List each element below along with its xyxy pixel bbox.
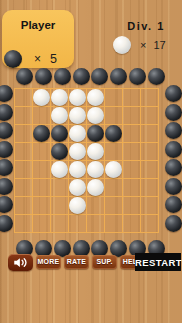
border-black-stone — [165, 159, 182, 176]
white-stone — [69, 143, 86, 160]
cell-r5c6[interactable] — [104, 160, 122, 178]
cell-r4c1[interactable] — [14, 142, 32, 160]
cell-r7c3[interactable] — [50, 196, 68, 214]
opponent-white-stone-icon — [113, 36, 131, 54]
cell-r3c4[interactable] — [68, 124, 86, 142]
cell-r2c2[interactable] — [32, 106, 50, 124]
cell-r8c1[interactable] — [14, 214, 32, 232]
border-black-stone — [0, 215, 13, 232]
multiply-icon: × — [140, 39, 146, 51]
border-black-stone — [129, 68, 146, 85]
cell-r1c5[interactable] — [86, 88, 104, 106]
border-black-stone — [165, 196, 182, 213]
cell-r6c6[interactable] — [104, 178, 122, 196]
white-stone — [105, 161, 122, 178]
white-stone — [69, 107, 86, 124]
player-black-stone-icon — [4, 50, 22, 68]
cell-r4c5[interactable] — [86, 142, 104, 160]
black-stone — [51, 143, 68, 160]
cell-r1c6[interactable] — [104, 88, 122, 106]
cell-r6c3[interactable] — [50, 178, 68, 196]
border-black-stone — [0, 178, 13, 195]
opponent-stone-count: × 17 — [140, 39, 166, 51]
cell-r4c2[interactable] — [32, 142, 50, 160]
black-stone — [51, 125, 68, 142]
white-stone — [69, 197, 86, 214]
white-stone — [87, 179, 104, 196]
border-stones-left — [0, 85, 14, 232]
player-label: Player — [2, 19, 74, 31]
cell-r8c3[interactable] — [50, 214, 68, 232]
cell-r8c8[interactable] — [140, 214, 158, 232]
cell-r2c7[interactable] — [122, 106, 140, 124]
cell-r8c7[interactable] — [122, 214, 140, 232]
cell-r8c5[interactable] — [86, 214, 104, 232]
cell-r2c5[interactable] — [86, 106, 104, 124]
opponent-count-value: 17 — [153, 39, 165, 51]
white-stone — [69, 161, 86, 178]
cell-r6c5[interactable] — [86, 178, 104, 196]
cell-r8c6[interactable] — [104, 214, 122, 232]
cell-r4c4[interactable] — [68, 142, 86, 160]
board-cells — [14, 88, 158, 232]
cell-r1c8[interactable] — [140, 88, 158, 106]
sound-toggle-button[interactable] — [8, 254, 33, 271]
more-button[interactable]: MORE — [36, 255, 61, 269]
cell-r2c4[interactable] — [68, 106, 86, 124]
cell-r5c1[interactable] — [14, 160, 32, 178]
cell-r6c1[interactable] — [14, 178, 32, 196]
cell-r8c4[interactable] — [68, 214, 86, 232]
black-stone — [33, 125, 50, 142]
cell-r2c3[interactable] — [50, 106, 68, 124]
border-black-stone — [165, 122, 182, 139]
cell-r5c7[interactable] — [122, 160, 140, 178]
cell-r3c6[interactable] — [104, 124, 122, 142]
white-stone — [51, 161, 68, 178]
border-black-stone — [110, 68, 127, 85]
border-black-stone — [35, 68, 52, 85]
border-black-stone — [165, 178, 182, 195]
border-black-stone — [91, 68, 108, 85]
cell-r4c6[interactable] — [104, 142, 122, 160]
cell-r5c5[interactable] — [86, 160, 104, 178]
cell-r5c3[interactable] — [50, 160, 68, 178]
cell-r7c1[interactable] — [14, 196, 32, 214]
cell-r7c8[interactable] — [140, 196, 158, 214]
cell-r3c3[interactable] — [50, 124, 68, 142]
cell-r8c2[interactable] — [32, 214, 50, 232]
border-black-stone — [165, 85, 182, 102]
white-stone — [87, 89, 104, 106]
cell-r2c8[interactable] — [140, 106, 158, 124]
white-stone — [51, 107, 68, 124]
cell-r5c2[interactable] — [32, 160, 50, 178]
border-black-stone — [148, 68, 165, 85]
border-black-stone — [0, 104, 13, 121]
white-stone — [51, 89, 68, 106]
white-stone — [87, 161, 104, 178]
cell-r2c6[interactable] — [104, 106, 122, 124]
cell-r5c4[interactable] — [68, 160, 86, 178]
white-stone — [33, 89, 50, 106]
cell-r4c8[interactable] — [140, 142, 158, 160]
cell-r3c7[interactable] — [122, 124, 140, 142]
border-stones-right — [165, 85, 182, 232]
cell-r1c3[interactable] — [50, 88, 68, 106]
border-black-stone — [54, 68, 71, 85]
border-black-stone — [0, 196, 13, 213]
border-black-stone — [73, 68, 90, 85]
support-button[interactable]: SUP. — [92, 255, 117, 269]
border-black-stone — [0, 159, 13, 176]
cell-r6c8[interactable] — [140, 178, 158, 196]
cell-r3c8[interactable] — [140, 124, 158, 142]
player-panel: Player × 5 — [2, 10, 74, 68]
black-stone — [105, 125, 122, 142]
cell-r4c7[interactable] — [122, 142, 140, 160]
white-stone — [87, 143, 104, 160]
speaker-icon — [13, 256, 28, 269]
border-black-stone — [0, 141, 13, 158]
cell-r7c7[interactable] — [122, 196, 140, 214]
multiply-icon: × — [34, 52, 41, 66]
cell-r6c7[interactable] — [122, 178, 140, 196]
border-black-stone — [16, 68, 33, 85]
opponent-label: Div. 1 — [116, 20, 176, 32]
cell-r3c1[interactable] — [14, 124, 32, 142]
white-stone — [69, 89, 86, 106]
border-black-stone — [165, 215, 182, 232]
cell-r7c6[interactable] — [104, 196, 122, 214]
game-screen: Player × 5 Div. 1 × 17 MORE RATE SUP. HE… — [0, 0, 182, 323]
border-black-stone — [165, 104, 182, 121]
border-stones-top — [16, 68, 165, 86]
black-stone — [87, 125, 104, 142]
cell-r3c2[interactable] — [32, 124, 50, 142]
restart-button[interactable]: RESTART — [135, 253, 181, 271]
white-stone — [69, 179, 86, 196]
border-black-stone — [0, 122, 13, 139]
white-stone — [69, 125, 86, 142]
player-count-value: 5 — [50, 52, 57, 66]
cell-r7c2[interactable] — [32, 196, 50, 214]
border-black-stone — [165, 141, 182, 158]
cell-r2c1[interactable] — [14, 106, 32, 124]
cell-r6c4[interactable] — [68, 178, 86, 196]
player-stone-count: × 5 — [34, 52, 57, 66]
cell-r1c2[interactable] — [32, 88, 50, 106]
cell-r4c3[interactable] — [50, 142, 68, 160]
cell-r6c2[interactable] — [32, 178, 50, 196]
cell-r1c4[interactable] — [68, 88, 86, 106]
cell-r7c5[interactable] — [86, 196, 104, 214]
cell-r7c4[interactable] — [68, 196, 86, 214]
cell-r3c5[interactable] — [86, 124, 104, 142]
cell-r1c1[interactable] — [14, 88, 32, 106]
white-stone — [87, 107, 104, 124]
border-black-stone — [0, 85, 13, 102]
cell-r5c8[interactable] — [140, 160, 158, 178]
cell-r1c7[interactable] — [122, 88, 140, 106]
rate-button[interactable]: RATE — [64, 255, 89, 269]
